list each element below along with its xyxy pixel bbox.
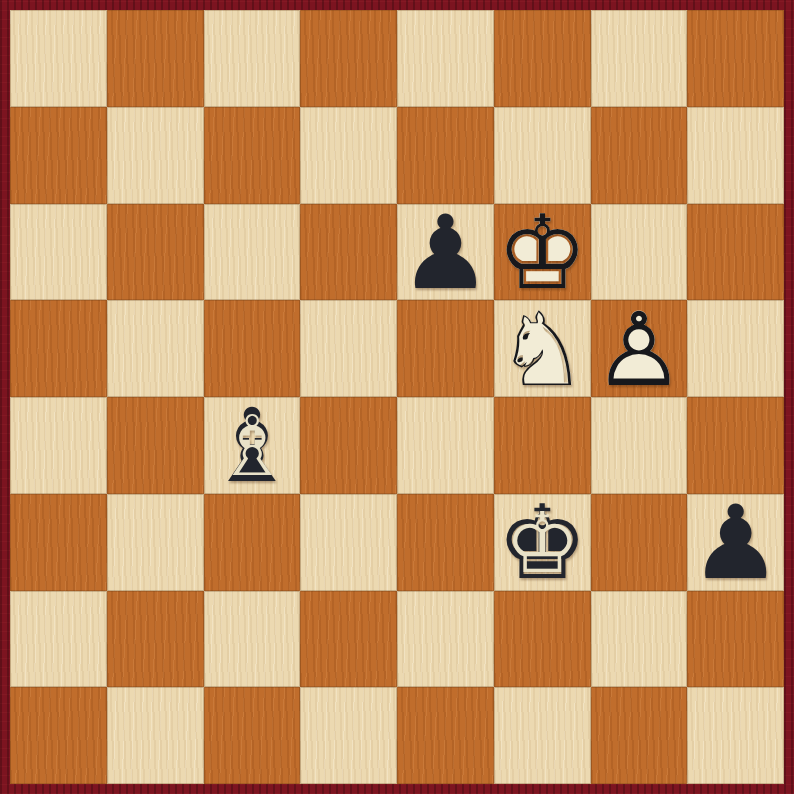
square-c5[interactable] (204, 300, 301, 397)
square-e2[interactable] (397, 591, 494, 688)
square-h6[interactable] (687, 204, 784, 301)
square-f5[interactable]: ♞♘ (494, 300, 591, 397)
square-f7[interactable] (494, 107, 591, 204)
square-d1[interactable] (300, 687, 397, 784)
piece-black-pawn[interactable]: ♟ (397, 204, 494, 301)
square-b4[interactable] (107, 397, 204, 494)
black-king-detail-icon: ♔ (502, 503, 581, 582)
square-d7[interactable] (300, 107, 397, 204)
square-g3[interactable] (591, 494, 688, 591)
black-pawn-icon: ♟ (397, 205, 494, 302)
square-c3[interactable] (204, 494, 301, 591)
piece-white-pawn[interactable]: ♟♙ (591, 300, 688, 397)
piece-black-bishop[interactable]: ♝♗ (204, 397, 301, 494)
square-d2[interactable] (300, 591, 397, 688)
square-b7[interactable] (107, 107, 204, 204)
square-b1[interactable] (107, 687, 204, 784)
square-g4[interactable] (591, 397, 688, 494)
square-h5[interactable] (687, 300, 784, 397)
square-b8[interactable] (107, 10, 204, 107)
square-b3[interactable] (107, 494, 204, 591)
square-e7[interactable] (397, 107, 494, 204)
piece-black-king[interactable]: ♚♔ (494, 494, 591, 591)
square-g1[interactable] (591, 687, 688, 784)
chess-board: ♟♚♔♞♘♟♙♝♗♚♔♟ (10, 10, 784, 784)
square-d3[interactable] (300, 494, 397, 591)
square-g8[interactable] (591, 10, 688, 107)
square-g7[interactable] (591, 107, 688, 204)
square-h4[interactable] (687, 397, 784, 494)
square-c8[interactable] (204, 10, 301, 107)
square-a2[interactable] (10, 591, 107, 688)
square-a5[interactable] (10, 300, 107, 397)
white-king-detail-icon: ♔ (494, 205, 591, 302)
square-d8[interactable] (300, 10, 397, 107)
white-knight-detail-icon: ♘ (494, 301, 591, 398)
square-b6[interactable] (107, 204, 204, 301)
board-frame: ♟♚♔♞♘♟♙♝♗♚♔♟ (0, 0, 794, 794)
square-c7[interactable] (204, 107, 301, 204)
square-c6[interactable] (204, 204, 301, 301)
square-a7[interactable] (10, 107, 107, 204)
square-d5[interactable] (300, 300, 397, 397)
square-e6[interactable]: ♟ (397, 204, 494, 301)
white-pawn-detail-icon: ♙ (591, 301, 688, 398)
square-c2[interactable] (204, 591, 301, 688)
piece-white-knight[interactable]: ♞♘ (494, 300, 591, 397)
square-b5[interactable] (107, 300, 204, 397)
square-d4[interactable] (300, 397, 397, 494)
square-e3[interactable] (397, 494, 494, 591)
piece-white-king[interactable]: ♚♔ (494, 204, 591, 301)
square-e4[interactable] (397, 397, 494, 494)
square-f3[interactable]: ♚♔ (494, 494, 591, 591)
square-f6[interactable]: ♚♔ (494, 204, 591, 301)
square-f4[interactable] (494, 397, 591, 494)
square-e8[interactable] (397, 10, 494, 107)
square-a6[interactable] (10, 204, 107, 301)
square-e1[interactable] (397, 687, 494, 784)
square-h1[interactable] (687, 687, 784, 784)
square-a8[interactable] (10, 10, 107, 107)
square-a1[interactable] (10, 687, 107, 784)
square-b2[interactable] (107, 591, 204, 688)
square-c4[interactable]: ♝♗ (204, 397, 301, 494)
square-h2[interactable] (687, 591, 784, 688)
square-h3[interactable]: ♟ (687, 494, 784, 591)
square-h7[interactable] (687, 107, 784, 204)
square-d6[interactable] (300, 204, 397, 301)
square-f2[interactable] (494, 591, 591, 688)
square-h8[interactable] (687, 10, 784, 107)
square-e5[interactable] (397, 300, 494, 397)
square-g2[interactable] (591, 591, 688, 688)
square-a4[interactable] (10, 397, 107, 494)
square-c1[interactable] (204, 687, 301, 784)
square-g6[interactable] (591, 204, 688, 301)
piece-black-pawn[interactable]: ♟ (687, 494, 784, 591)
square-f1[interactable] (494, 687, 591, 784)
square-f8[interactable] (494, 10, 591, 107)
black-pawn-icon: ♟ (687, 495, 784, 592)
square-a3[interactable] (10, 494, 107, 591)
black-bishop-detail-icon: ♗ (212, 407, 291, 486)
square-g5[interactable]: ♟♙ (591, 300, 688, 397)
